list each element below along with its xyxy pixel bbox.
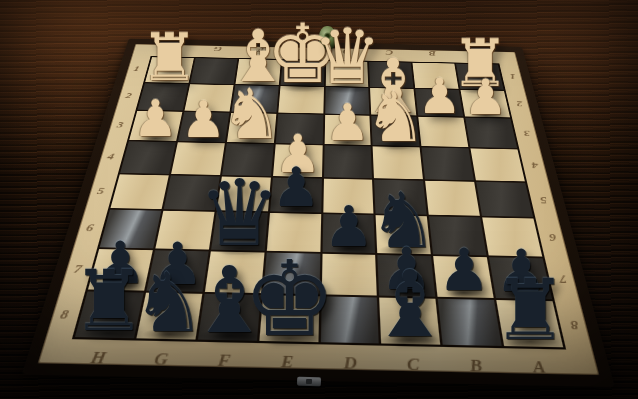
piece-white-pawn-a2[interactable]: ♟: [464, 73, 508, 122]
white-pawn-icon: ♟: [133, 89, 178, 148]
white-knight-icon: ♞: [221, 75, 283, 155]
white-pawn-icon: ♟: [464, 69, 508, 125]
file-label-far-G: G: [213, 45, 222, 54]
piece-white-knight-c3[interactable]: ♞: [365, 84, 427, 153]
piece-white-pawn-g3[interactable]: ♟: [181, 95, 226, 146]
white-knight-icon: ♞: [365, 78, 427, 158]
piece-white-knight-f3[interactable]: ♞: [221, 81, 283, 150]
white-pawn-icon: ♟: [181, 90, 226, 149]
piece-white-pawn-h3[interactable]: ♟: [133, 94, 178, 145]
file-label-near-D: D: [343, 353, 357, 373]
piece-white-rook-h1[interactable]: ♜: [140, 25, 199, 91]
square-a5[interactable]: [476, 181, 533, 216]
black-king-icon: ♚: [243, 237, 336, 359]
square-h5[interactable]: [110, 174, 168, 209]
square-a4[interactable]: [471, 148, 525, 181]
piece-black-king-e8[interactable]: ♚: [243, 246, 336, 350]
file-label-far-B: B: [429, 49, 437, 58]
piece-black-rook-a8[interactable]: ♜: [493, 268, 568, 352]
black-bishop-icon: ♝: [369, 251, 451, 358]
board-clasp: [297, 377, 321, 387]
piece-white-pawn-d3[interactable]: ♟: [325, 98, 370, 149]
black-rook-icon: ♜: [493, 261, 568, 359]
table-surface: 1122334455667788HHGGFFEEDDCCBBAA ♜♝♚♛♜♟♟…: [0, 0, 638, 399]
piece-black-bishop-c8[interactable]: ♝: [369, 259, 451, 351]
white-rook-icon: ♜: [140, 19, 199, 95]
white-pawn-icon: ♟: [325, 93, 370, 152]
